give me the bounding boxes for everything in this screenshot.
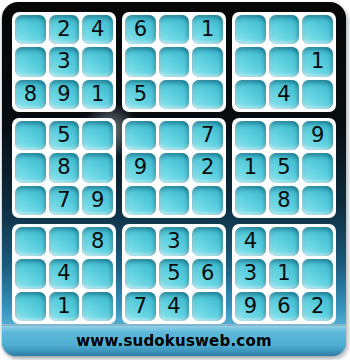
cell-r6-c8[interactable]: 8 xyxy=(269,186,300,215)
cell-r1-c4[interactable]: 6 xyxy=(125,15,156,44)
cell-r4-c9[interactable]: 9 xyxy=(302,121,333,150)
cell-r8-c7[interactable]: 3 xyxy=(235,259,266,288)
cell-r6-c1[interactable] xyxy=(15,186,46,215)
cell-r8-c3[interactable] xyxy=(82,259,113,288)
cell-r5-c2[interactable]: 8 xyxy=(49,153,80,182)
cell-r8-c8[interactable]: 1 xyxy=(269,259,300,288)
cell-r2-c4[interactable] xyxy=(125,47,156,76)
cell-r7-c8[interactable] xyxy=(269,227,300,256)
cell-r9-c3[interactable] xyxy=(82,292,113,321)
cell-r3-c4[interactable]: 5 xyxy=(125,80,156,109)
cell-r7-c9[interactable] xyxy=(302,227,333,256)
cell-r7-c7[interactable]: 4 xyxy=(235,227,266,256)
cell-r9-c9[interactable]: 2 xyxy=(302,292,333,321)
cell-r7-c4[interactable] xyxy=(125,227,156,256)
cell-r8-c2[interactable]: 4 xyxy=(49,259,80,288)
cell-r1-c8[interactable] xyxy=(269,15,300,44)
cell-r8-c5[interactable]: 5 xyxy=(159,259,190,288)
cell-r8-c9[interactable] xyxy=(302,259,333,288)
cell-r5-c4[interactable]: 9 xyxy=(125,153,156,182)
cell-r7-c2[interactable] xyxy=(49,227,80,256)
cell-r2-c5[interactable] xyxy=(159,47,190,76)
cell-r4-c7[interactable] xyxy=(235,121,266,150)
cell-r5-c7[interactable]: 1 xyxy=(235,153,266,182)
cell-r9-c4[interactable]: 7 xyxy=(125,292,156,321)
cell-r7-c6[interactable] xyxy=(192,227,223,256)
cell-r1-c3[interactable]: 4 xyxy=(82,15,113,44)
cell-r7-c3[interactable]: 8 xyxy=(82,227,113,256)
cell-r3-c6[interactable] xyxy=(192,80,223,109)
box-r2-c0: 841 xyxy=(12,224,116,324)
cell-r5-c8[interactable]: 5 xyxy=(269,153,300,182)
cell-r8-c1[interactable] xyxy=(15,259,46,288)
cell-r4-c6[interactable]: 7 xyxy=(192,121,223,150)
cell-r9-c2[interactable]: 1 xyxy=(49,292,80,321)
cell-r6-c6[interactable] xyxy=(192,186,223,215)
cell-r4-c1[interactable] xyxy=(15,121,46,150)
cell-r2-c1[interactable] xyxy=(15,47,46,76)
cell-r2-c3[interactable] xyxy=(82,47,113,76)
cell-r8-c4[interactable] xyxy=(125,259,156,288)
cell-r4-c5[interactable] xyxy=(159,121,190,150)
cell-r6-c4[interactable] xyxy=(125,186,156,215)
cell-r6-c9[interactable] xyxy=(302,186,333,215)
cell-r6-c2[interactable]: 7 xyxy=(49,186,80,215)
box-r2-c1: 35674 xyxy=(122,224,226,324)
cell-r9-c7[interactable]: 9 xyxy=(235,292,266,321)
cell-r5-c6[interactable]: 2 xyxy=(192,153,223,182)
cell-r3-c1[interactable]: 8 xyxy=(15,80,46,109)
cell-r5-c1[interactable] xyxy=(15,153,46,182)
cell-r8-c6[interactable]: 6 xyxy=(192,259,223,288)
cell-r2-c9[interactable]: 1 xyxy=(302,47,333,76)
cell-r3-c2[interactable]: 9 xyxy=(49,80,80,109)
cell-r6-c3[interactable]: 9 xyxy=(82,186,113,215)
cell-r3-c9[interactable] xyxy=(302,80,333,109)
cell-r2-c2[interactable]: 3 xyxy=(49,47,80,76)
footer-band: www.sudokusweb.com xyxy=(2,324,346,356)
cell-r2-c8[interactable] xyxy=(269,47,300,76)
cell-r9-c6[interactable] xyxy=(192,292,223,321)
cell-r7-c5[interactable]: 3 xyxy=(159,227,190,256)
cell-r1-c1[interactable] xyxy=(15,15,46,44)
cell-r1-c9[interactable] xyxy=(302,15,333,44)
sudoku-widget: 243891615145879792915884135674431962 www… xyxy=(0,0,350,360)
cell-r9-c8[interactable]: 6 xyxy=(269,292,300,321)
box-r1-c2: 9158 xyxy=(232,118,336,218)
box-r0-c0: 243891 xyxy=(12,12,116,112)
cell-r9-c1[interactable] xyxy=(15,292,46,321)
cell-r4-c8[interactable] xyxy=(269,121,300,150)
sudoku-board-frame: 243891615145879792915884135674431962 www… xyxy=(2,2,346,356)
box-r2-c2: 431962 xyxy=(232,224,336,324)
cell-r3-c7[interactable] xyxy=(235,80,266,109)
box-r1-c0: 5879 xyxy=(12,118,116,218)
cell-r2-c6[interactable] xyxy=(192,47,223,76)
cell-r6-c7[interactable] xyxy=(235,186,266,215)
box-r0-c2: 14 xyxy=(232,12,336,112)
cell-r9-c5[interactable]: 4 xyxy=(159,292,190,321)
cell-r1-c5[interactable] xyxy=(159,15,190,44)
cell-r3-c3[interactable]: 1 xyxy=(82,80,113,109)
cell-r4-c2[interactable]: 5 xyxy=(49,121,80,150)
cell-r6-c5[interactable] xyxy=(159,186,190,215)
cell-r4-c4[interactable] xyxy=(125,121,156,150)
cell-r2-c7[interactable] xyxy=(235,47,266,76)
cell-r1-c6[interactable]: 1 xyxy=(192,15,223,44)
site-url-text: www.sudokusweb.com xyxy=(76,332,271,350)
cell-r5-c9[interactable] xyxy=(302,153,333,182)
cell-r3-c5[interactable] xyxy=(159,80,190,109)
cell-r1-c7[interactable] xyxy=(235,15,266,44)
box-r1-c1: 792 xyxy=(122,118,226,218)
cell-r5-c5[interactable] xyxy=(159,153,190,182)
cell-r3-c8[interactable]: 4 xyxy=(269,80,300,109)
box-r0-c1: 615 xyxy=(122,12,226,112)
cell-r1-c2[interactable]: 2 xyxy=(49,15,80,44)
cell-r7-c1[interactable] xyxy=(15,227,46,256)
sudoku-grid: 243891615145879792915884135674431962 xyxy=(12,12,336,324)
cell-r5-c3[interactable] xyxy=(82,153,113,182)
cell-r4-c3[interactable] xyxy=(82,121,113,150)
